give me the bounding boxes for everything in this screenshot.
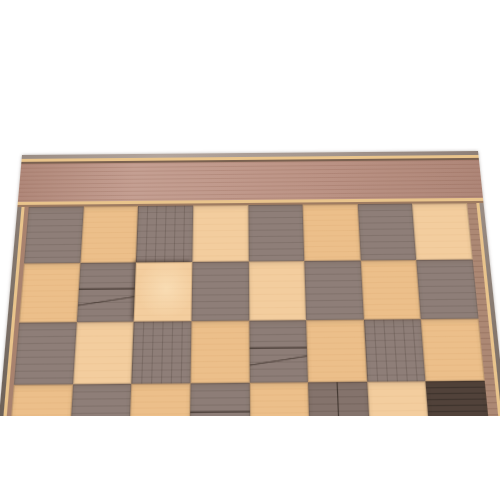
square-r1c7-dark	[358, 204, 417, 261]
square-r3c8-light	[421, 319, 485, 382]
chessboard-photo	[0, 148, 500, 416]
square-r1c1-dark	[24, 206, 84, 263]
square-r1c8-light	[412, 203, 472, 260]
square-r3c2-light	[73, 322, 134, 385]
square-r2c5-light	[248, 261, 306, 321]
square-r4c5-light	[249, 382, 310, 416]
square-r2c6-dark	[304, 261, 363, 321]
square-r3c5-dark	[249, 320, 308, 383]
square-r2c3-light	[134, 262, 192, 322]
square-r3c6-light	[306, 320, 367, 383]
square-r4c1-light	[8, 384, 72, 416]
square-r3c1-dark	[14, 322, 77, 385]
square-r4c3-light	[129, 383, 190, 416]
board-grid	[2, 203, 500, 416]
square-r1c5-dark	[248, 205, 305, 262]
square-r2c7-light	[361, 260, 422, 320]
square-r4c8-dark	[426, 381, 491, 416]
square-r1c3-dark	[136, 205, 193, 262]
square-r4c7-light	[367, 381, 431, 416]
frame-mahogany-band	[18, 160, 483, 202]
square-r2c2-dark	[76, 262, 136, 322]
square-r1c2-light	[80, 206, 138, 263]
chessboard	[0, 151, 500, 416]
square-r2c8-dark	[417, 260, 479, 320]
square-r4c6-dark	[308, 382, 370, 416]
square-r3c4-light	[190, 321, 249, 384]
square-r4c4-dark	[189, 383, 249, 416]
square-r3c3-dark	[132, 321, 192, 384]
board-frame-top	[17, 151, 483, 207]
square-r1c6-light	[303, 204, 361, 261]
square-r1c4-light	[192, 205, 248, 262]
square-r2c1-light	[19, 263, 80, 323]
board-body	[0, 203, 500, 416]
square-r4c2-dark	[69, 384, 132, 416]
square-r2c4-dark	[191, 261, 248, 321]
square-r3c7-dark	[364, 319, 426, 382]
photo-canvas	[0, 0, 500, 500]
